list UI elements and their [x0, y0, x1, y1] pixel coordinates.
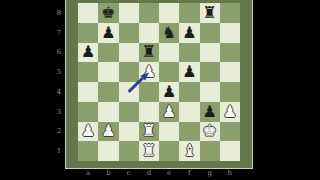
square-a5[interactable] — [78, 62, 98, 82]
square-f7[interactable]: ♟ — [179, 23, 199, 43]
rank-label-1: 1 — [53, 141, 65, 161]
square-a3[interactable] — [78, 102, 98, 122]
square-h3[interactable]: ♟ — [220, 102, 240, 122]
rank-label-5: 5 — [53, 62, 65, 82]
square-e8[interactable] — [159, 3, 179, 23]
square-a7[interactable] — [78, 23, 98, 43]
piece-white-pawn: ♟ — [81, 123, 95, 139]
square-b4[interactable] — [98, 82, 118, 102]
file-label-g: g — [200, 167, 220, 179]
square-d7[interactable] — [139, 23, 159, 43]
square-a6[interactable]: ♟ — [78, 43, 98, 63]
chess-board: ♚♜♟♞♟♟♜♟♟♟♟♟♟♟♟♜♚♜♝ — [66, 0, 252, 168]
square-d6[interactable]: ♜ — [139, 43, 159, 63]
square-h6[interactable] — [220, 43, 240, 63]
square-g4[interactable] — [200, 82, 220, 102]
square-e1[interactable] — [159, 141, 179, 161]
square-c8[interactable] — [119, 3, 139, 23]
square-d1[interactable]: ♜ — [139, 141, 159, 161]
piece-black-knight: ♞ — [162, 25, 176, 41]
square-h2[interactable] — [220, 122, 240, 142]
rank-label-3: 3 — [53, 102, 65, 122]
square-a2[interactable]: ♟ — [78, 122, 98, 142]
square-g1[interactable] — [200, 141, 220, 161]
square-e4[interactable]: ♟ — [159, 82, 179, 102]
square-h1[interactable] — [220, 141, 240, 161]
square-d3[interactable] — [139, 102, 159, 122]
square-f3[interactable] — [179, 102, 199, 122]
rank-label-7: 7 — [53, 23, 65, 43]
square-f1[interactable]: ♝ — [179, 141, 199, 161]
square-c1[interactable] — [119, 141, 139, 161]
square-g5[interactable] — [200, 62, 220, 82]
file-label-e: e — [159, 167, 179, 179]
square-f2[interactable] — [179, 122, 199, 142]
rank-label-8: 8 — [53, 3, 65, 23]
piece-white-pawn: ♟ — [101, 123, 115, 139]
piece-black-rook: ♜ — [142, 44, 156, 60]
piece-black-pawn: ♟ — [81, 44, 95, 60]
piece-black-pawn: ♟ — [101, 25, 115, 41]
square-b3[interactable] — [98, 102, 118, 122]
rank-label-6: 6 — [53, 43, 65, 63]
piece-white-bishop: ♝ — [182, 143, 196, 159]
file-label-d: d — [139, 167, 159, 179]
square-e7[interactable]: ♞ — [159, 23, 179, 43]
rank-labels: 87654321 — [53, 3, 65, 161]
square-g6[interactable] — [200, 43, 220, 63]
square-e2[interactable] — [159, 122, 179, 142]
square-e3[interactable]: ♟ — [159, 102, 179, 122]
square-b8[interactable]: ♚ — [98, 3, 118, 23]
square-d8[interactable] — [139, 3, 159, 23]
file-label-f: f — [179, 167, 199, 179]
square-f6[interactable] — [179, 43, 199, 63]
piece-white-rook: ♜ — [142, 123, 156, 139]
square-c3[interactable] — [119, 102, 139, 122]
piece-black-king: ♚ — [101, 5, 115, 21]
piece-white-pawn: ♟ — [142, 64, 156, 80]
square-c2[interactable] — [119, 122, 139, 142]
square-f4[interactable] — [179, 82, 199, 102]
square-c6[interactable] — [119, 43, 139, 63]
square-d2[interactable]: ♜ — [139, 122, 159, 142]
square-d5[interactable]: ♟ — [139, 62, 159, 82]
square-d4[interactable] — [139, 82, 159, 102]
file-label-c: c — [119, 167, 139, 179]
square-h5[interactable] — [220, 62, 240, 82]
square-g2[interactable]: ♚ — [200, 122, 220, 142]
square-f5[interactable]: ♟ — [179, 62, 199, 82]
rank-label-2: 2 — [53, 122, 65, 142]
file-label-b: b — [98, 167, 118, 179]
piece-black-pawn: ♟ — [162, 84, 176, 100]
square-e6[interactable] — [159, 43, 179, 63]
board-grid: ♚♜♟♞♟♟♜♟♟♟♟♟♟♟♟♜♚♜♝ — [78, 3, 240, 161]
piece-white-pawn: ♟ — [162, 104, 176, 120]
file-labels: abcdefgh — [78, 167, 240, 179]
square-h4[interactable] — [220, 82, 240, 102]
piece-white-rook: ♜ — [142, 143, 156, 159]
square-g8[interactable]: ♜ — [200, 3, 220, 23]
piece-black-rook: ♜ — [202, 5, 216, 21]
square-a1[interactable] — [78, 141, 98, 161]
square-b5[interactable] — [98, 62, 118, 82]
chess-diagram-screenshot: 87654321 ♚♜♟♞♟♟♜♟♟♟♟♟♟♟♟♜♚♜♝ abcdefgh — [0, 0, 320, 180]
square-h7[interactable] — [220, 23, 240, 43]
piece-black-pawn: ♟ — [182, 25, 196, 41]
square-c5[interactable] — [119, 62, 139, 82]
square-f8[interactable] — [179, 3, 199, 23]
square-b2[interactable]: ♟ — [98, 122, 118, 142]
square-b1[interactable] — [98, 141, 118, 161]
square-e5[interactable] — [159, 62, 179, 82]
square-h8[interactable] — [220, 3, 240, 23]
square-b6[interactable] — [98, 43, 118, 63]
square-g7[interactable] — [200, 23, 220, 43]
file-label-a: a — [78, 167, 98, 179]
square-b7[interactable]: ♟ — [98, 23, 118, 43]
square-a4[interactable] — [78, 82, 98, 102]
square-a8[interactable] — [78, 3, 98, 23]
square-c7[interactable] — [119, 23, 139, 43]
rank-label-4: 4 — [53, 82, 65, 102]
square-g3[interactable]: ♟ — [200, 102, 220, 122]
square-c4[interactable] — [119, 82, 139, 102]
piece-black-pawn: ♟ — [202, 104, 216, 120]
piece-black-pawn: ♟ — [182, 64, 196, 80]
piece-white-king: ♚ — [202, 123, 216, 139]
file-label-h: h — [220, 167, 240, 179]
piece-white-pawn: ♟ — [223, 104, 237, 120]
